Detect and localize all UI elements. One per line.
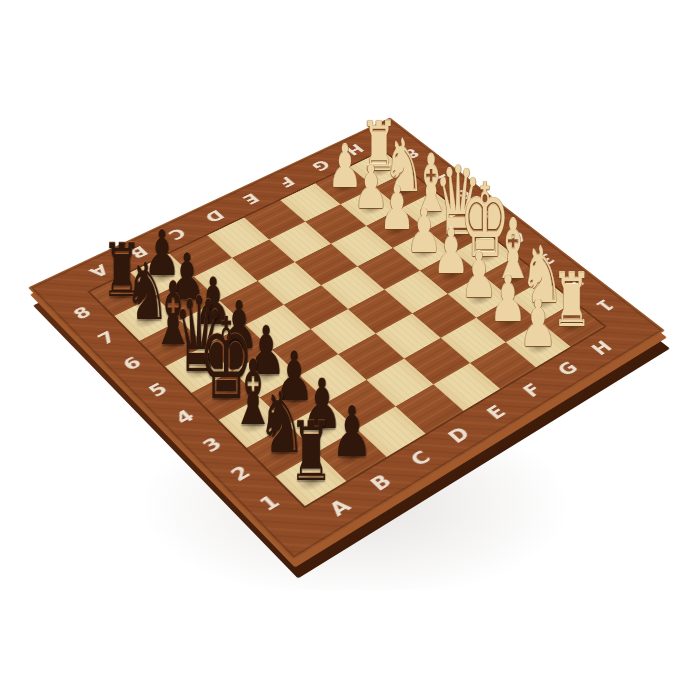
white-rook-icon: ♜ [552, 263, 592, 337]
pieces-layer: ♜♟♟♜♞♟♟♞♝♟♟♝♛♟♟♛♚♟♟♚♝♟♟♝♞♟♟♞♜♟♟♜ [0, 0, 700, 700]
black-rook-icon: ♜ [289, 411, 333, 493]
scene: ABCDEFGH ABCDEFGH 87654321 87654321 ♜♟♟♜… [0, 0, 700, 700]
black-pawn-icon: ♟ [331, 397, 372, 467]
white-pawn-icon: ♟ [519, 291, 557, 356]
